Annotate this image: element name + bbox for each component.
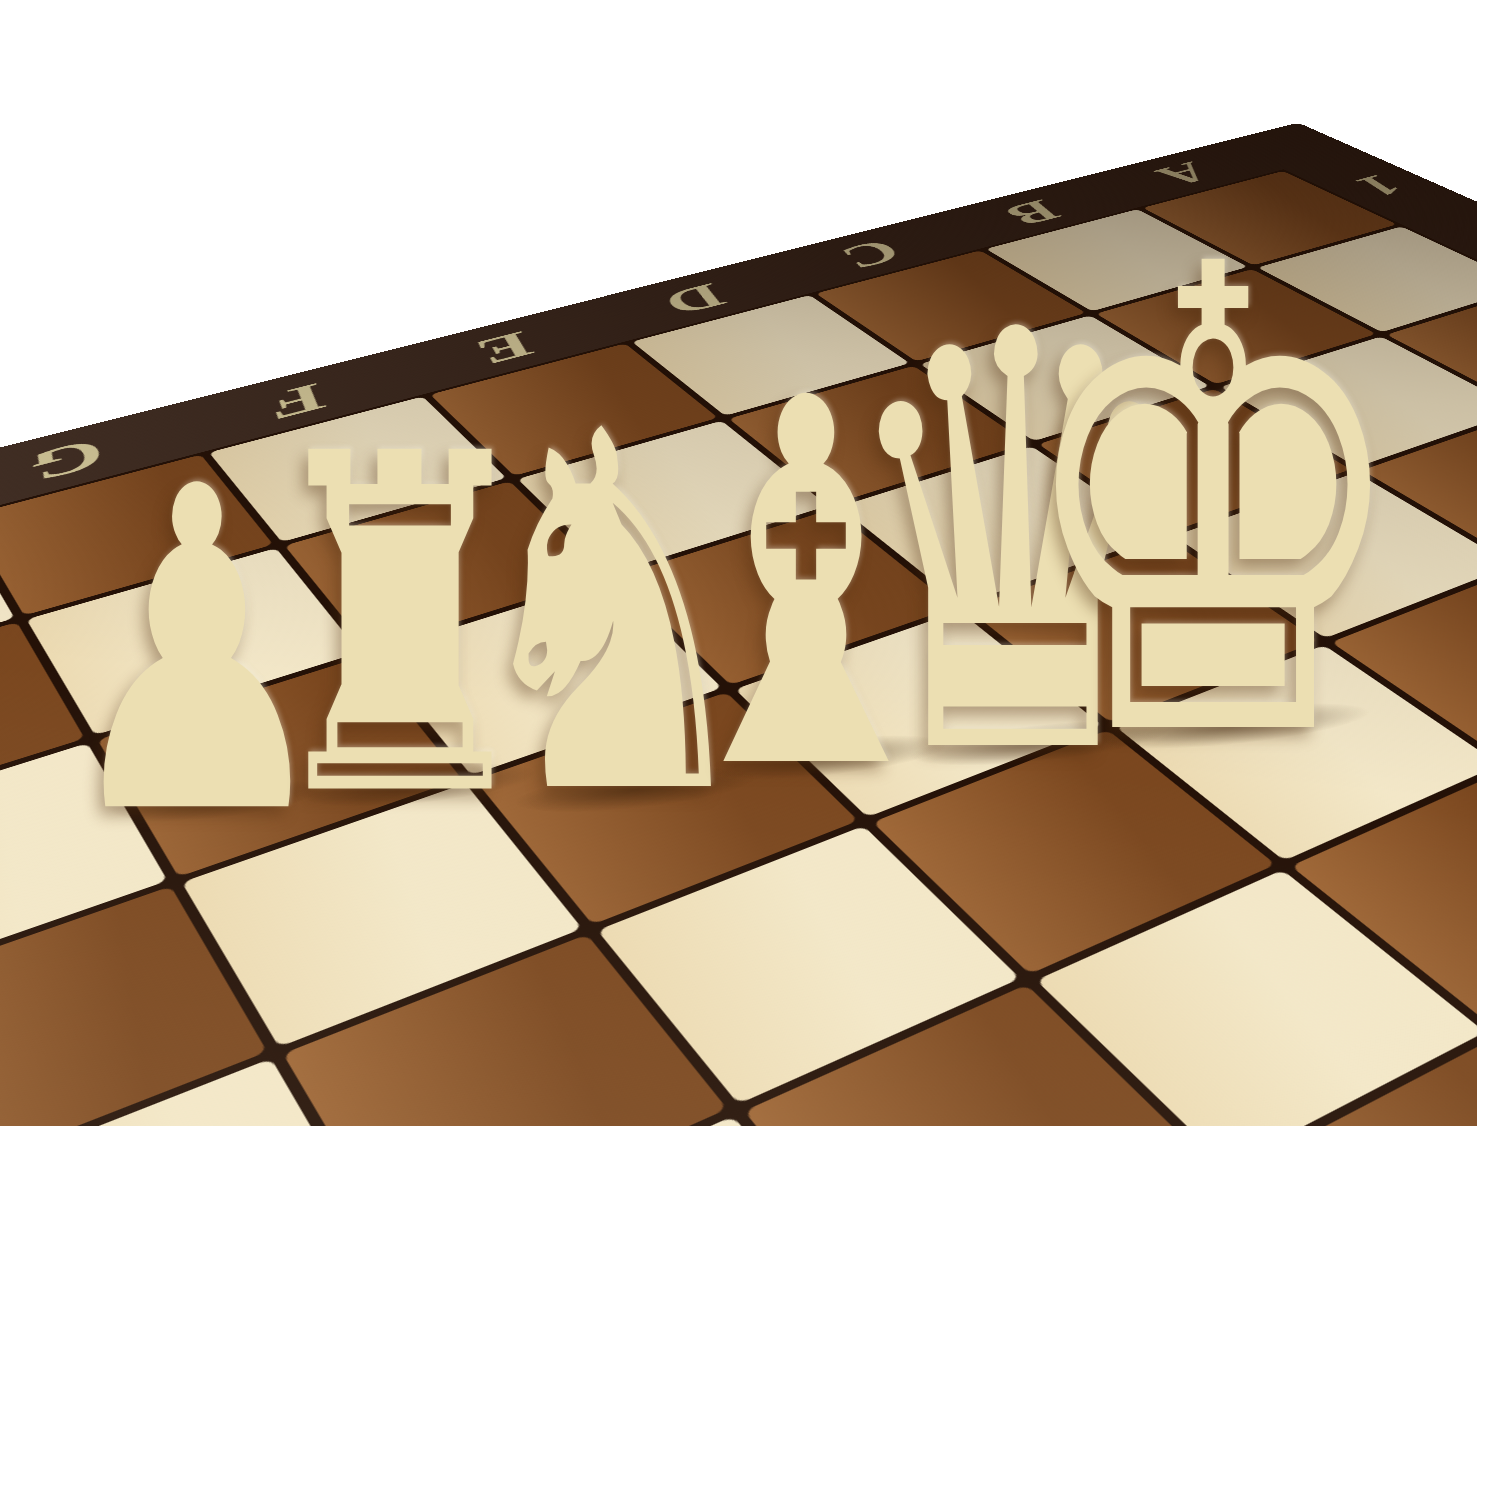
product-photo-canvas: H G F E D C B A 1 2 3 4 5 6 7 8 ♟ ♜ bbox=[0, 0, 1509, 1509]
photo-area: H G F E D C B A 1 2 3 4 5 6 7 8 ♟ ♜ bbox=[0, 70, 1477, 1126]
white-king-piece: ♚ bbox=[1012, 185, 1414, 826]
